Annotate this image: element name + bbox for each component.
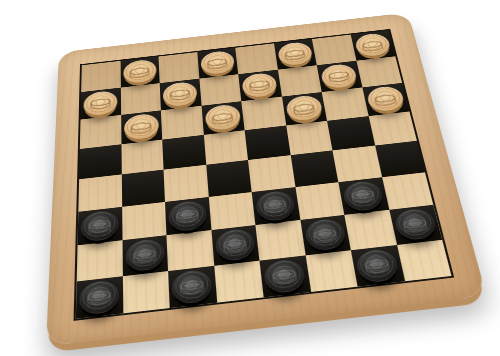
- light-wood-checker[interactable]: ⛀: [277, 41, 314, 67]
- black-checker[interactable]: ⛂: [125, 238, 164, 272]
- square-r7c4[interactable]: ⛂: [211, 225, 259, 265]
- black-checker[interactable]: ⛂: [263, 258, 306, 294]
- checkers-board: ⛀⛀⛀⛀⛀⛀⛀⛀⛀⛀⛀⛀⛂⛂⛂⛂⛂⛂⛂⛂⛂⛂⛂⛂: [46, 13, 487, 347]
- product-photo-scene: ⛀⛀⛀⛀⛀⛀⛀⛀⛀⛀⛀⛀⛂⛂⛂⛂⛂⛂⛂⛂⛂⛂⛂⛂: [0, 0, 500, 356]
- square-r4c6: [286, 120, 333, 155]
- square-r8c2: [122, 271, 169, 314]
- square-r5c4[interactable]: [206, 160, 252, 197]
- square-r8c7[interactable]: ⛂: [351, 245, 405, 287]
- square-r7c5: [255, 220, 305, 260]
- square-r6c6: [295, 182, 344, 220]
- black-checker[interactable]: ⛂: [81, 209, 119, 242]
- square-r8c1[interactable]: ⛂: [76, 276, 123, 319]
- black-checker[interactable]: ⛂: [168, 199, 207, 232]
- black-checker[interactable]: ⛂: [304, 218, 347, 252]
- light-wood-checker[interactable]: ⛀: [320, 63, 358, 90]
- square-r4c3[interactable]: [162, 135, 206, 170]
- board-grid: ⛀⛀⛀⛀⛀⛀⛀⛀⛀⛀⛀⛀⛂⛂⛂⛂⛂⛂⛂⛂⛂⛂⛂⛂: [74, 29, 455, 321]
- light-wood-checker[interactable]: ⛀: [285, 95, 323, 123]
- square-r7c6[interactable]: ⛂: [300, 215, 351, 255]
- light-wood-checker[interactable]: ⛀: [354, 33, 392, 59]
- square-r6c4: [208, 192, 255, 230]
- square-r8c3[interactable]: ⛂: [168, 265, 217, 308]
- square-r6c3[interactable]: ⛂: [165, 197, 211, 236]
- square-r5c1: [78, 174, 121, 211]
- light-wood-checker[interactable]: ⛀: [123, 59, 156, 85]
- square-r5c6[interactable]: [290, 150, 338, 186]
- square-r4c5[interactable]: [245, 125, 291, 160]
- black-checker[interactable]: ⛂: [79, 279, 119, 315]
- square-r8c6: [305, 250, 357, 292]
- light-wood-checker[interactable]: ⛀: [163, 81, 198, 108]
- square-r8c8: [396, 239, 451, 281]
- light-wood-checker[interactable]: ⛀: [365, 85, 405, 113]
- square-r4c4: [203, 130, 248, 165]
- square-r8c5[interactable]: ⛂: [259, 255, 310, 297]
- square-r4c7[interactable]: [327, 116, 375, 151]
- square-r5c8[interactable]: [375, 141, 425, 177]
- square-r6c7[interactable]: ⛂: [338, 177, 389, 215]
- light-wood-checker[interactable]: ⛀: [124, 113, 159, 141]
- square-r6c8: [382, 172, 434, 210]
- square-r5c3: [164, 165, 209, 202]
- square-r6c5[interactable]: ⛂: [252, 187, 300, 225]
- square-r6c1[interactable]: ⛂: [78, 206, 122, 245]
- square-r6c2: [122, 202, 167, 241]
- square-r7c1: [77, 240, 123, 281]
- black-checker[interactable]: ⛂: [215, 228, 256, 262]
- square-r7c3: [166, 230, 213, 271]
- square-r5c2[interactable]: [121, 170, 165, 207]
- square-r7c8[interactable]: ⛂: [389, 205, 442, 245]
- square-r7c7: [344, 210, 396, 250]
- black-checker[interactable]: ⛂: [355, 248, 401, 284]
- board-perspective-wrap: ⛀⛀⛀⛀⛀⛀⛀⛀⛀⛀⛀⛀⛂⛂⛂⛂⛂⛂⛂⛂⛂⛂⛂⛂: [46, 13, 487, 347]
- square-r8c4: [214, 260, 264, 303]
- black-checker[interactable]: ⛂: [255, 190, 296, 222]
- light-wood-checker[interactable]: ⛀: [84, 90, 118, 117]
- light-wood-checker[interactable]: ⛀: [204, 104, 241, 132]
- square-r4c8: [368, 111, 417, 145]
- square-r5c7: [332, 146, 381, 182]
- light-wood-checker[interactable]: ⛀: [200, 50, 235, 76]
- square-r4c1[interactable]: [79, 144, 121, 179]
- light-wood-checker[interactable]: ⛀: [241, 72, 278, 99]
- square-r4c2: [121, 139, 164, 174]
- square-r5c5: [248, 155, 295, 191]
- black-checker[interactable]: ⛂: [342, 180, 385, 212]
- square-r7c2[interactable]: ⛂: [122, 235, 168, 276]
- black-checker[interactable]: ⛂: [172, 269, 213, 305]
- black-checker[interactable]: ⛂: [393, 208, 438, 242]
